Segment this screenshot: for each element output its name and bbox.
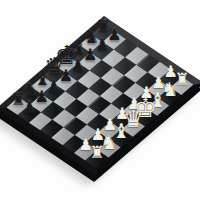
- chess-set-photo: ♜♞♝♛♚♝♞♜♟♟♟♟♟♟♟♟♟♟♟♟♟♟♟♟♜♞♝♛♚♝♞♜: [0, 0, 200, 200]
- black-pawn-piece: ♟: [22, 100, 36, 116]
- white-rook-piece: ♜: [89, 144, 104, 161]
- pieces-layer: ♜♞♝♛♚♝♞♜♟♟♟♟♟♟♟♟♟♟♟♟♟♟♟♟♜♞♝♛♚♝♞♜: [0, 0, 200, 200]
